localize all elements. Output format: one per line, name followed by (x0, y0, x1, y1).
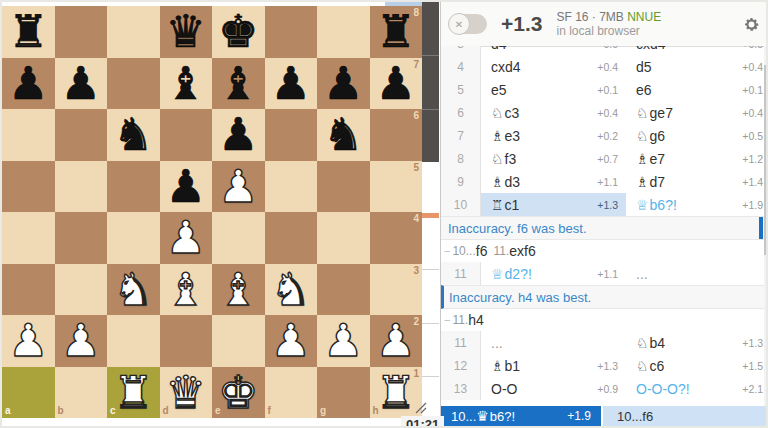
file-coordinate: d (163, 406, 169, 416)
variation-token: 10... (452, 244, 475, 258)
move-number: 8 (441, 147, 481, 170)
rank-coordinate: 4 (413, 214, 419, 224)
move-row: 3d40.0cxd4+0.5 (441, 46, 768, 55)
file-coordinate: c (110, 406, 116, 416)
black-move-cell[interactable]: ♘g6+0.5 (626, 124, 768, 147)
square-h2[interactable]: ♟2 (370, 315, 423, 367)
eval-value: +0.2 (597, 130, 618, 142)
square-h3[interactable]: 3 (370, 264, 423, 316)
square-c7[interactable] (107, 58, 160, 110)
bishop-figurine-icon: ♗ (636, 174, 649, 190)
black-move-cell[interactable]: O-O-O?!+2.1 (626, 377, 768, 400)
square-a8[interactable]: ♜ (2, 6, 55, 58)
square-f2[interactable]: ♟ (265, 315, 318, 367)
black-pawn-piece[interactable]: ♟ (323, 61, 363, 106)
eval-value: +0.5 (742, 46, 763, 50)
square-e4[interactable] (212, 212, 265, 264)
move-row: 6♘c3+0.4♘ge7+0.4 (441, 101, 768, 124)
black-move-cell[interactable]: ♘c6+1.5 (626, 354, 768, 377)
square-c2[interactable] (107, 315, 160, 367)
move-row: 12♗b1+1.3♘c6+1.5 (441, 354, 768, 377)
queen-figurine-icon: ♛ (476, 408, 489, 424)
move-number: 11 (441, 262, 481, 285)
eval-value: +0.4 (742, 107, 763, 119)
retry-bar: 10...♛b6?! +1.9 10...f6 (441, 406, 768, 426)
black-move: ♘ge7 (636, 105, 673, 121)
white-move: ♗e3 (491, 128, 520, 144)
white-move-cell[interactable]: cxd4+0.4 (481, 55, 626, 78)
knight-figurine-icon: ♘ (636, 128, 649, 144)
square-f3[interactable]: ♞ (265, 264, 318, 316)
queen-figurine-icon: ♕ (491, 266, 504, 282)
square-d4[interactable]: ♟ (160, 212, 213, 264)
square-b2[interactable]: ♟ (55, 315, 108, 367)
rank-coordinate: 2 (413, 317, 419, 327)
black-queen-piece[interactable]: ♛ (166, 9, 206, 54)
inaccuracy-comment: Inaccuracy. h4 was best. (441, 285, 768, 309)
white-move: ... (491, 335, 503, 351)
white-move-cell[interactable]: ♘f3+0.7 (481, 147, 626, 170)
white-move: ♕d2?! (491, 266, 532, 282)
square-a2[interactable]: ♟ (2, 315, 55, 367)
square-e7[interactable]: ♝ (212, 58, 265, 110)
rank-coordinate: 1 (413, 369, 419, 379)
black-move-cell[interactable]: cxd4+0.5 (626, 46, 768, 55)
black-knight-piece[interactable]: ♞ (323, 112, 363, 157)
square-a4[interactable] (2, 212, 55, 264)
variation-line[interactable]: −10...f611.exf6 (441, 240, 768, 262)
square-f6[interactable] (265, 109, 318, 161)
knight-figurine-icon: ♘ (491, 105, 504, 121)
square-d2[interactable] (160, 315, 213, 367)
gauge-tick (422, 269, 439, 270)
square-g7[interactable]: ♟ (317, 58, 370, 110)
engine-info: SF 16 · 7MB NNUE in local browser (556, 10, 661, 38)
engine-location: in local browser (556, 24, 639, 38)
black-move-cell[interactable]: ♕b6?!+1.9 (626, 193, 768, 216)
move-row: 13O-O+0.9O-O-O?!+2.1 (441, 377, 768, 400)
white-rook-piece[interactable]: ♜ (113, 370, 153, 415)
square-f7[interactable]: ♟ (265, 58, 318, 110)
played-move-eval: +1.9 (567, 409, 591, 423)
square-c3[interactable]: ♞ (107, 264, 160, 316)
eval-value: +1.9 (742, 199, 763, 211)
eval-gauge (422, 2, 439, 428)
file-coordinate: g (320, 406, 326, 416)
black-move-cell[interactable]: ♗d7+1.4 (626, 170, 768, 193)
white-move: e5 (491, 82, 507, 98)
engine-nnue-label: NNUE (627, 10, 661, 24)
queen-figurine-icon: ♕ (636, 197, 649, 213)
eval-value: +2.1 (742, 383, 763, 395)
eval-value: +1.1 (597, 268, 618, 280)
move-row: 9♗d3+1.1♗d7+1.4 (441, 170, 768, 193)
square-d7[interactable]: ♝ (160, 58, 213, 110)
white-move: ♗d3 (491, 174, 520, 190)
black-rook-piece[interactable]: ♜ (376, 9, 416, 54)
white-move-cell[interactable]: ... (481, 331, 626, 354)
file-coordinate: a (5, 406, 11, 416)
black-move-cell[interactable]: ♗e7+1.2 (626, 147, 768, 170)
square-e8[interactable]: ♚ (212, 6, 265, 58)
move-list: 3d40.0cxd4+0.54cxd4+0.4d5+0.45e5+0.1e6+0… (441, 46, 768, 406)
white-move: O-O (491, 381, 517, 397)
gauge-tick (422, 323, 439, 324)
eval-value: +0.1 (597, 84, 618, 96)
white-rook-piece[interactable]: ♜ (376, 370, 416, 415)
black-bishop-piece[interactable]: ♝ (166, 61, 206, 106)
rank-coordinate: 5 (413, 163, 419, 173)
square-e3[interactable]: ♝ (212, 264, 265, 316)
square-h7[interactable]: ♟7 (370, 58, 423, 110)
played-move-button[interactable]: 10...♛b6?! +1.9 (441, 406, 601, 426)
white-move-cell[interactable]: ♘c3+0.4 (481, 101, 626, 124)
chess-board[interactable]: ♜♛♚♜8♟♟♝♝♟♟♟7♞♟♞6♟♟5♟4♞♝♝♞3♟♟♟♟♟2ab♜c♛d♚… (2, 6, 422, 418)
move-number: 3 (441, 46, 481, 55)
comment-text: Inaccuracy. f6 was best. (448, 221, 587, 236)
square-h5[interactable]: 5 (370, 161, 423, 213)
black-move-cell[interactable]: e6+0.1 (626, 78, 768, 101)
black-bishop-piece[interactable]: ♝ (218, 61, 258, 106)
square-c4[interactable] (107, 212, 160, 264)
white-move-cell[interactable]: ♗d3+1.1 (481, 170, 626, 193)
gauge-tick (422, 109, 439, 110)
bishop-figurine-icon: ♗ (491, 174, 504, 190)
variation-token: 11. (493, 244, 509, 258)
move-row: 8♘f3+0.7♗e7+1.2 (441, 147, 768, 170)
variation-token: exf6 (509, 243, 535, 259)
rank-coordinate: 3 (413, 266, 419, 276)
square-d6[interactable] (160, 109, 213, 161)
move-number: 13 (441, 377, 481, 400)
eval-value: +0.4 (597, 61, 618, 73)
square-a6[interactable] (2, 109, 55, 161)
black-knight-piece[interactable]: ♞ (113, 112, 153, 157)
file-coordinate: h (373, 406, 379, 416)
black-move: e6 (636, 82, 652, 98)
eval-value: +1.3 (742, 337, 763, 349)
square-g2[interactable]: ♟ (317, 315, 370, 367)
square-f5[interactable] (265, 161, 318, 213)
eval-gauge-black-section (422, 2, 439, 162)
eval-value: +0.1 (742, 84, 763, 96)
bishop-figurine-icon: ♗ (491, 128, 504, 144)
eval-value: +0.5 (742, 130, 763, 142)
square-b4[interactable] (55, 212, 108, 264)
played-move-san: b6?! (490, 409, 515, 424)
square-h8[interactable]: ♜8 (370, 6, 423, 58)
square-e1[interactable]: ♚e (212, 367, 265, 419)
black-move: ... (636, 266, 648, 282)
eval-value: +0.4 (597, 107, 618, 119)
move-number: 4 (441, 55, 481, 78)
square-a5[interactable] (2, 161, 55, 213)
best-move-label: 10...f6 (617, 409, 653, 424)
black-move: ♘b4 (636, 335, 665, 351)
eval-value: +1.4 (742, 176, 763, 188)
white-pawn-piece[interactable]: ♟ (61, 318, 101, 363)
eval-value: +1.3 (597, 199, 618, 211)
bishop-figurine-icon: ♗ (491, 358, 504, 374)
lichess-analysis-page: ♜♛♚♜8♟♟♝♝♟♟♟7♞♟♞6♟♟5♟4♞♝♝♞3♟♟♟♟♟2ab♜c♛d♚… (0, 0, 768, 428)
black-pawn-piece[interactable]: ♟ (61, 61, 101, 106)
square-d1[interactable]: ♛d (160, 367, 213, 419)
square-h4[interactable]: 4 (370, 212, 423, 264)
move-number: 6 (441, 101, 481, 124)
move-number: 12 (441, 354, 481, 377)
scrollbar-thumb[interactable] (764, 65, 768, 255)
white-pawn-piece[interactable]: ♟ (271, 318, 311, 363)
square-e5[interactable]: ♟ (212, 161, 265, 213)
eval-value: +0.4 (742, 61, 763, 73)
square-d3[interactable]: ♝ (160, 264, 213, 316)
played-move-prefix: 10... (451, 409, 476, 424)
move-number: 7 (441, 124, 481, 147)
toggle-knob-x-icon[interactable]: ✕ (448, 13, 470, 35)
white-move: ♘f3 (491, 151, 516, 167)
white-move: d4 (491, 46, 507, 52)
white-move-cell[interactable]: ♕d2?!+1.1 (481, 262, 626, 285)
square-e2[interactable] (212, 315, 265, 367)
variation-connector-icon: − (444, 314, 450, 326)
square-e6[interactable]: ♟ (212, 109, 265, 161)
file-coordinate: b (58, 406, 64, 416)
white-bishop-piece[interactable]: ♝ (166, 267, 206, 312)
white-move: ♗b1 (491, 358, 520, 374)
black-pawn-piece[interactable]: ♟ (166, 164, 206, 209)
square-g3[interactable] (317, 264, 370, 316)
variation-line[interactable]: −11.h4 (441, 309, 768, 331)
square-b3[interactable] (55, 264, 108, 316)
white-move: ♖c1 (491, 197, 519, 213)
white-knight-piece[interactable]: ♞ (271, 267, 311, 312)
move-row: 11♕d2?!+1.1... (441, 262, 768, 285)
square-g8[interactable] (317, 6, 370, 58)
square-h6[interactable]: 6 (370, 109, 423, 161)
move-number: 11 (441, 331, 481, 354)
rank-coordinate: 8 (413, 8, 419, 18)
square-b8[interactable] (55, 6, 108, 58)
white-clock: 01:21 (401, 416, 444, 428)
square-b5[interactable] (55, 161, 108, 213)
best-move-button[interactable]: 10...f6 (601, 406, 768, 426)
file-coordinate: f (268, 406, 271, 416)
square-b6[interactable] (55, 109, 108, 161)
white-move-cell[interactable]: d40.0 (481, 46, 626, 55)
white-queen-piece[interactable]: ♛ (166, 370, 206, 415)
variation-token: h4 (468, 312, 484, 328)
square-g6[interactable]: ♞ (317, 109, 370, 161)
move-row: 4cxd4+0.4d5+0.4 (441, 55, 768, 78)
square-b1[interactable]: b (55, 367, 108, 419)
white-move-cell[interactable]: ♗b1+1.3 (481, 354, 626, 377)
black-move-cell[interactable]: d5+0.4 (626, 55, 768, 78)
white-king-piece[interactable]: ♚ (218, 370, 258, 415)
engine-toggle[interactable]: ✕ (449, 14, 487, 34)
black-pawn-piece[interactable]: ♟ (8, 61, 48, 106)
move-number: 5 (441, 78, 481, 101)
white-move: cxd4 (491, 59, 521, 75)
eval-value: +0.9 (597, 383, 618, 395)
rook-figurine-icon: ♖ (491, 197, 504, 213)
eval-value: +1.1 (597, 176, 618, 188)
black-move: O-O-O?! (636, 381, 690, 397)
black-move: cxd4 (636, 46, 666, 52)
black-move: d5 (636, 59, 652, 75)
move-row: 7♗e3+0.2♘g6+0.5 (441, 124, 768, 147)
white-move-cell[interactable]: ♗e3+0.2 (481, 124, 626, 147)
knight-figurine-icon: ♘ (636, 335, 649, 351)
variation-connector-icon: − (444, 245, 450, 257)
move-number: 10 (441, 193, 481, 216)
white-move-cell[interactable]: O-O+0.9 (481, 377, 626, 400)
square-d8[interactable]: ♛ (160, 6, 213, 58)
black-move-cell[interactable]: ♘ge7+0.4 (626, 101, 768, 124)
rank-coordinate: 7 (413, 60, 419, 70)
eval-value: +1.2 (742, 153, 763, 165)
black-pawn-piece[interactable]: ♟ (271, 61, 311, 106)
engine-name: SF 16 · 7MB (556, 10, 623, 24)
square-a7[interactable]: ♟ (2, 58, 55, 110)
eval-value: 0.0 (603, 46, 618, 50)
black-move: ♗e7 (636, 151, 665, 167)
white-pawn-piece[interactable]: ♟ (8, 318, 48, 363)
rank-coordinate: 6 (413, 111, 419, 121)
black-rook-piece[interactable]: ♜ (8, 9, 48, 54)
black-pawn-piece[interactable]: ♟ (376, 61, 416, 106)
move-number: 9 (441, 170, 481, 193)
black-move: ♘c6 (636, 358, 664, 374)
eval-value: +0.7 (597, 153, 618, 165)
white-knight-piece[interactable]: ♞ (113, 267, 153, 312)
gear-icon[interactable] (743, 16, 760, 33)
variation-token: f6 (476, 243, 488, 259)
move-row: 11...♘b4+1.3 (441, 331, 768, 354)
square-c6[interactable]: ♞ (107, 109, 160, 161)
engine-eval: +1.3 (501, 12, 542, 36)
gauge-tick (422, 55, 439, 56)
knight-figurine-icon: ♘ (491, 151, 504, 167)
square-c5[interactable] (107, 161, 160, 213)
knight-figurine-icon: ♘ (636, 105, 649, 121)
comment-text: Inaccuracy. h4 was best. (449, 290, 591, 305)
square-f1[interactable]: f (265, 367, 318, 419)
variation-token: 11. (452, 313, 468, 327)
square-d5[interactable]: ♟ (160, 161, 213, 213)
gauge-midpoint-tick (422, 213, 439, 218)
square-a3[interactable] (2, 264, 55, 316)
bishop-figurine-icon: ♗ (636, 151, 649, 167)
file-coordinate: e (215, 406, 221, 416)
black-move-cell[interactable]: ♘b4+1.3 (626, 331, 768, 354)
inaccuracy-comment: Inaccuracy. f6 was best. (441, 216, 768, 240)
square-a1[interactable]: a (2, 367, 55, 419)
square-g4[interactable] (317, 212, 370, 264)
square-b7[interactable]: ♟ (55, 58, 108, 110)
white-move-cell[interactable]: e5+0.1 (481, 78, 626, 101)
square-g1[interactable]: g (317, 367, 370, 419)
analysis-panel: ✕ +1.3 SF 16 · 7MB NNUE in local browser… (440, 2, 768, 428)
square-g5[interactable] (317, 161, 370, 213)
square-c1[interactable]: ♜c (107, 367, 160, 419)
knight-figurine-icon: ♘ (636, 358, 649, 374)
black-pawn-piece[interactable]: ♟ (218, 112, 258, 157)
engine-header: ✕ +1.3 SF 16 · 7MB NNUE in local browser (441, 2, 768, 47)
move-row: 10♖c1+1.3♕b6?!+1.9 (441, 193, 768, 216)
gauge-tick (422, 376, 439, 377)
black-king-piece[interactable]: ♚ (218, 9, 258, 54)
square-f8[interactable] (265, 6, 318, 58)
eval-value: +1.5 (742, 360, 763, 372)
white-pawn-piece[interactable]: ♟ (376, 318, 416, 363)
white-pawn-piece[interactable]: ♟ (218, 164, 258, 209)
white-bishop-piece[interactable]: ♝ (218, 267, 258, 312)
black-move: ♕b6?! (636, 197, 677, 213)
white-pawn-piece[interactable]: ♟ (323, 318, 363, 363)
eval-value: +1.3 (597, 360, 618, 372)
move-row: 5e5+0.1e6+0.1 (441, 78, 768, 101)
black-move-cell[interactable]: ... (626, 262, 768, 285)
square-c8[interactable] (107, 6, 160, 58)
white-move: ♘c3 (491, 105, 519, 121)
white-pawn-piece[interactable]: ♟ (166, 215, 206, 260)
square-f4[interactable] (265, 212, 318, 264)
white-move-cell[interactable]: ♖c1+1.3 (481, 193, 626, 216)
black-move: ♘g6 (636, 128, 665, 144)
black-move: ♗d7 (636, 174, 665, 190)
